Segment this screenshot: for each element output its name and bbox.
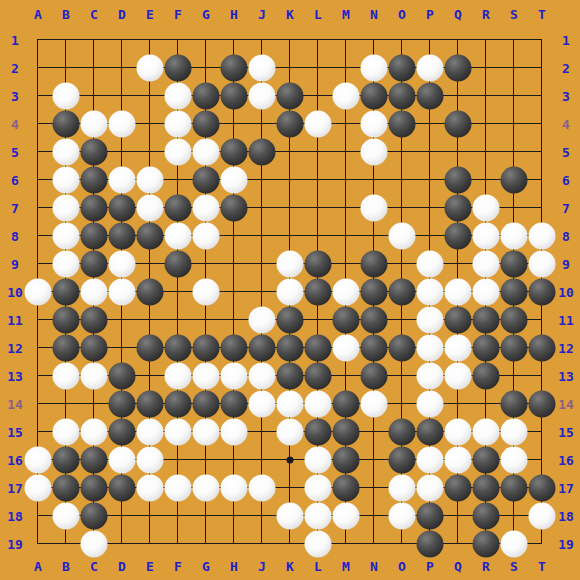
stone-black bbox=[360, 334, 387, 361]
column-label-top: C bbox=[90, 8, 98, 21]
stone-black bbox=[136, 334, 163, 361]
stone-black bbox=[500, 250, 527, 277]
row-label-left: 12 bbox=[7, 342, 23, 355]
stone-black bbox=[472, 502, 499, 529]
stone-white bbox=[388, 222, 415, 249]
row-label-right: 17 bbox=[558, 482, 574, 495]
row-label-right: 6 bbox=[562, 174, 570, 187]
row-label-right: 8 bbox=[562, 230, 570, 243]
column-label-top: T bbox=[538, 8, 546, 21]
stone-white bbox=[220, 362, 247, 389]
stone-black bbox=[80, 474, 107, 501]
column-label-top: L bbox=[314, 8, 322, 21]
go-board-app: AABBCCDDEEFFGGHHJJKKLLMMNNOOPPQQRRSSTT11… bbox=[0, 0, 580, 580]
stone-black bbox=[108, 362, 135, 389]
stone-black bbox=[108, 418, 135, 445]
stone-white bbox=[248, 362, 275, 389]
stone-white bbox=[500, 418, 527, 445]
stone-black bbox=[304, 278, 331, 305]
stone-white bbox=[276, 250, 303, 277]
stone-white bbox=[136, 446, 163, 473]
stone-white bbox=[164, 362, 191, 389]
row-label-left: 1 bbox=[11, 34, 19, 47]
stone-white bbox=[332, 502, 359, 529]
stone-white bbox=[52, 362, 79, 389]
stone-white bbox=[528, 250, 555, 277]
column-label-top: G bbox=[202, 8, 210, 21]
stone-white bbox=[388, 474, 415, 501]
row-label-right: 5 bbox=[562, 146, 570, 159]
stone-white bbox=[416, 54, 443, 81]
stone-white bbox=[108, 446, 135, 473]
stone-black bbox=[164, 250, 191, 277]
row-label-left: 5 bbox=[11, 146, 19, 159]
stone-white bbox=[444, 362, 471, 389]
stone-white bbox=[192, 194, 219, 221]
stone-white bbox=[80, 418, 107, 445]
stone-black bbox=[108, 390, 135, 417]
stone-white bbox=[304, 446, 331, 473]
stone-white bbox=[220, 418, 247, 445]
stone-black bbox=[136, 390, 163, 417]
column-label-top: J bbox=[258, 8, 266, 21]
stone-black bbox=[52, 306, 79, 333]
stone-white bbox=[220, 474, 247, 501]
stone-white bbox=[108, 250, 135, 277]
stone-black bbox=[192, 110, 219, 137]
stone-white bbox=[500, 222, 527, 249]
row-label-left: 10 bbox=[7, 286, 23, 299]
stone-black bbox=[192, 166, 219, 193]
stone-white bbox=[416, 390, 443, 417]
stone-black bbox=[528, 278, 555, 305]
stone-white bbox=[108, 166, 135, 193]
stone-white bbox=[52, 250, 79, 277]
stone-black bbox=[360, 306, 387, 333]
stone-white bbox=[136, 166, 163, 193]
stone-black bbox=[472, 306, 499, 333]
stone-black bbox=[304, 418, 331, 445]
stone-white bbox=[24, 278, 51, 305]
stone-white bbox=[164, 110, 191, 137]
stone-black bbox=[500, 474, 527, 501]
stone-black bbox=[388, 334, 415, 361]
row-label-left: 3 bbox=[11, 90, 19, 103]
stone-black bbox=[248, 138, 275, 165]
stone-white bbox=[248, 82, 275, 109]
stone-white bbox=[80, 278, 107, 305]
stone-white bbox=[500, 530, 527, 557]
stone-white bbox=[136, 194, 163, 221]
stone-black bbox=[220, 194, 247, 221]
stone-white bbox=[136, 418, 163, 445]
stone-black bbox=[472, 362, 499, 389]
stone-white bbox=[192, 222, 219, 249]
stone-black bbox=[360, 278, 387, 305]
row-label-left: 17 bbox=[7, 482, 23, 495]
column-label-bottom: J bbox=[258, 560, 266, 573]
row-label-right: 14 bbox=[558, 398, 574, 411]
stone-white bbox=[192, 362, 219, 389]
column-label-bottom: H bbox=[230, 560, 238, 573]
stone-black bbox=[52, 278, 79, 305]
stone-white bbox=[416, 306, 443, 333]
stone-black bbox=[388, 446, 415, 473]
stone-black bbox=[276, 110, 303, 137]
row-label-left: 18 bbox=[7, 510, 23, 523]
stone-white bbox=[52, 222, 79, 249]
stone-black bbox=[164, 54, 191, 81]
stone-black bbox=[192, 334, 219, 361]
stone-black bbox=[360, 362, 387, 389]
row-label-right: 3 bbox=[562, 90, 570, 103]
stone-black bbox=[472, 334, 499, 361]
stone-black bbox=[360, 82, 387, 109]
stone-black bbox=[444, 222, 471, 249]
row-label-left: 14 bbox=[7, 398, 23, 411]
stone-white bbox=[164, 474, 191, 501]
column-label-bottom: Q bbox=[454, 560, 462, 573]
row-label-left: 8 bbox=[11, 230, 19, 243]
stone-black bbox=[472, 530, 499, 557]
row-label-left: 7 bbox=[11, 202, 19, 215]
stone-black bbox=[416, 502, 443, 529]
column-label-bottom: L bbox=[314, 560, 322, 573]
stone-black bbox=[52, 334, 79, 361]
stone-white bbox=[360, 138, 387, 165]
stone-white bbox=[248, 306, 275, 333]
stone-black bbox=[108, 194, 135, 221]
stone-black bbox=[500, 390, 527, 417]
stone-black bbox=[500, 306, 527, 333]
stone-black bbox=[164, 390, 191, 417]
stone-black bbox=[388, 54, 415, 81]
stone-black bbox=[276, 306, 303, 333]
stone-white bbox=[248, 390, 275, 417]
stone-black bbox=[360, 250, 387, 277]
stone-white bbox=[444, 418, 471, 445]
stone-black bbox=[108, 474, 135, 501]
stone-black bbox=[276, 362, 303, 389]
column-label-top: D bbox=[118, 8, 126, 21]
stone-white bbox=[472, 194, 499, 221]
stone-black bbox=[500, 166, 527, 193]
stone-black bbox=[52, 110, 79, 137]
row-label-right: 18 bbox=[558, 510, 574, 523]
stone-white bbox=[192, 474, 219, 501]
stone-white bbox=[136, 474, 163, 501]
stone-white bbox=[472, 250, 499, 277]
stone-white bbox=[332, 334, 359, 361]
stone-black bbox=[444, 54, 471, 81]
column-label-bottom: R bbox=[482, 560, 490, 573]
stone-black bbox=[80, 306, 107, 333]
stone-black bbox=[472, 474, 499, 501]
stone-black bbox=[304, 250, 331, 277]
row-label-left: 4 bbox=[11, 118, 19, 131]
stone-white bbox=[472, 222, 499, 249]
stone-black bbox=[304, 334, 331, 361]
stone-white bbox=[276, 390, 303, 417]
stone-black bbox=[276, 334, 303, 361]
stone-black bbox=[192, 390, 219, 417]
stone-white bbox=[416, 334, 443, 361]
stone-black bbox=[388, 418, 415, 445]
stone-black bbox=[248, 334, 275, 361]
stone-black bbox=[444, 306, 471, 333]
stone-white bbox=[444, 278, 471, 305]
row-label-left: 2 bbox=[11, 62, 19, 75]
stone-white bbox=[416, 278, 443, 305]
row-label-right: 7 bbox=[562, 202, 570, 215]
stone-white bbox=[164, 82, 191, 109]
row-label-left: 11 bbox=[7, 314, 23, 327]
stone-black bbox=[444, 194, 471, 221]
stone-white bbox=[136, 54, 163, 81]
stone-white bbox=[52, 194, 79, 221]
stone-black bbox=[332, 446, 359, 473]
stone-black bbox=[220, 82, 247, 109]
column-label-top: H bbox=[230, 8, 238, 21]
stone-black bbox=[528, 390, 555, 417]
stone-black bbox=[416, 530, 443, 557]
stone-black bbox=[80, 166, 107, 193]
stone-black bbox=[304, 362, 331, 389]
row-label-left: 19 bbox=[7, 538, 23, 551]
stone-black bbox=[500, 278, 527, 305]
stone-white bbox=[276, 278, 303, 305]
stone-black bbox=[108, 222, 135, 249]
stone-white bbox=[52, 502, 79, 529]
stone-black bbox=[220, 334, 247, 361]
row-label-right: 1 bbox=[562, 34, 570, 47]
column-label-top: R bbox=[482, 8, 490, 21]
stone-white bbox=[276, 502, 303, 529]
stone-black bbox=[500, 334, 527, 361]
stone-white bbox=[332, 278, 359, 305]
column-label-top: A bbox=[34, 8, 42, 21]
row-label-left: 6 bbox=[11, 174, 19, 187]
stone-black bbox=[388, 82, 415, 109]
stone-black bbox=[192, 82, 219, 109]
stone-white bbox=[164, 138, 191, 165]
go-board[interactable]: AABBCCDDEEFFGGHHJJKKLLMMNNOOPPQQRRSSTT11… bbox=[0, 0, 580, 580]
stone-black bbox=[444, 166, 471, 193]
stone-black bbox=[80, 222, 107, 249]
stone-white bbox=[192, 278, 219, 305]
stone-black bbox=[80, 138, 107, 165]
stone-black bbox=[52, 446, 79, 473]
stone-white bbox=[52, 166, 79, 193]
stone-black bbox=[416, 418, 443, 445]
stone-black bbox=[80, 250, 107, 277]
stone-black bbox=[332, 306, 359, 333]
column-label-bottom: B bbox=[62, 560, 70, 573]
column-label-top: P bbox=[426, 8, 434, 21]
stone-white bbox=[276, 418, 303, 445]
stone-white bbox=[164, 418, 191, 445]
stone-white bbox=[360, 390, 387, 417]
stone-white bbox=[24, 474, 51, 501]
stone-white bbox=[528, 502, 555, 529]
column-label-top: O bbox=[398, 8, 406, 21]
stone-white bbox=[80, 110, 107, 137]
stone-black bbox=[332, 474, 359, 501]
stone-black bbox=[220, 54, 247, 81]
row-label-right: 12 bbox=[558, 342, 574, 355]
column-label-bottom: F bbox=[174, 560, 182, 573]
stone-white bbox=[444, 446, 471, 473]
stone-white bbox=[80, 362, 107, 389]
stone-white bbox=[80, 530, 107, 557]
row-label-right: 15 bbox=[558, 426, 574, 439]
column-label-bottom: M bbox=[342, 560, 350, 573]
star-point bbox=[286, 456, 293, 463]
column-label-top: F bbox=[174, 8, 182, 21]
stone-black bbox=[80, 334, 107, 361]
row-label-right: 19 bbox=[558, 538, 574, 551]
row-label-right: 9 bbox=[562, 258, 570, 271]
row-label-right: 13 bbox=[558, 370, 574, 383]
stone-white bbox=[304, 530, 331, 557]
stone-white bbox=[164, 222, 191, 249]
stone-white bbox=[24, 446, 51, 473]
column-label-bottom: O bbox=[398, 560, 406, 573]
stone-white bbox=[416, 446, 443, 473]
column-label-top: K bbox=[286, 8, 294, 21]
stone-white bbox=[472, 278, 499, 305]
stone-white bbox=[528, 222, 555, 249]
stone-white bbox=[304, 390, 331, 417]
stone-white bbox=[360, 54, 387, 81]
column-label-top: S bbox=[510, 8, 518, 21]
stone-white bbox=[304, 110, 331, 137]
column-label-bottom: E bbox=[146, 560, 154, 573]
stone-white bbox=[416, 474, 443, 501]
stone-white bbox=[332, 82, 359, 109]
row-label-left: 9 bbox=[11, 258, 19, 271]
column-label-top: Q bbox=[454, 8, 462, 21]
row-label-left: 16 bbox=[7, 454, 23, 467]
column-label-bottom: C bbox=[90, 560, 98, 573]
row-label-right: 16 bbox=[558, 454, 574, 467]
stone-black bbox=[80, 502, 107, 529]
stone-black bbox=[444, 474, 471, 501]
stone-white bbox=[388, 502, 415, 529]
column-label-bottom: N bbox=[370, 560, 378, 573]
column-label-top: B bbox=[62, 8, 70, 21]
stone-white bbox=[360, 110, 387, 137]
row-label-left: 15 bbox=[7, 426, 23, 439]
stone-black bbox=[528, 334, 555, 361]
stone-white bbox=[192, 418, 219, 445]
column-label-bottom: T bbox=[538, 560, 546, 573]
column-label-top: N bbox=[370, 8, 378, 21]
stone-white bbox=[108, 110, 135, 137]
stone-black bbox=[220, 138, 247, 165]
column-label-bottom: A bbox=[34, 560, 42, 573]
stone-black bbox=[80, 446, 107, 473]
stone-black bbox=[52, 474, 79, 501]
stone-white bbox=[304, 502, 331, 529]
stone-black bbox=[332, 390, 359, 417]
column-label-bottom: D bbox=[118, 560, 126, 573]
row-label-right: 10 bbox=[558, 286, 574, 299]
stone-black bbox=[164, 334, 191, 361]
stone-white bbox=[304, 474, 331, 501]
stone-white bbox=[248, 474, 275, 501]
stone-black bbox=[136, 278, 163, 305]
column-label-bottom: G bbox=[202, 560, 210, 573]
row-label-right: 11 bbox=[558, 314, 574, 327]
stone-black bbox=[332, 418, 359, 445]
stone-black bbox=[444, 110, 471, 137]
stone-black bbox=[416, 82, 443, 109]
column-label-bottom: K bbox=[286, 560, 294, 573]
stone-black bbox=[528, 474, 555, 501]
stone-white bbox=[360, 194, 387, 221]
stone-white bbox=[192, 138, 219, 165]
column-label-bottom: S bbox=[510, 560, 518, 573]
stone-black bbox=[276, 82, 303, 109]
stone-white bbox=[416, 362, 443, 389]
stone-white bbox=[52, 138, 79, 165]
stone-black bbox=[472, 446, 499, 473]
row-label-left: 13 bbox=[7, 370, 23, 383]
stone-black bbox=[388, 110, 415, 137]
stone-black bbox=[220, 390, 247, 417]
row-label-right: 2 bbox=[562, 62, 570, 75]
grid-line-horizontal bbox=[37, 543, 542, 544]
stone-white bbox=[220, 166, 247, 193]
stone-white bbox=[52, 82, 79, 109]
stone-black bbox=[388, 278, 415, 305]
stone-white bbox=[52, 418, 79, 445]
stone-black bbox=[164, 194, 191, 221]
stone-white bbox=[472, 418, 499, 445]
stone-black bbox=[80, 194, 107, 221]
stone-white bbox=[500, 446, 527, 473]
column-label-top: M bbox=[342, 8, 350, 21]
column-label-bottom: P bbox=[426, 560, 434, 573]
stone-white bbox=[108, 278, 135, 305]
column-label-top: E bbox=[146, 8, 154, 21]
row-label-right: 4 bbox=[562, 118, 570, 131]
stone-white bbox=[444, 334, 471, 361]
stone-white bbox=[248, 54, 275, 81]
stone-white bbox=[416, 250, 443, 277]
stone-black bbox=[136, 222, 163, 249]
